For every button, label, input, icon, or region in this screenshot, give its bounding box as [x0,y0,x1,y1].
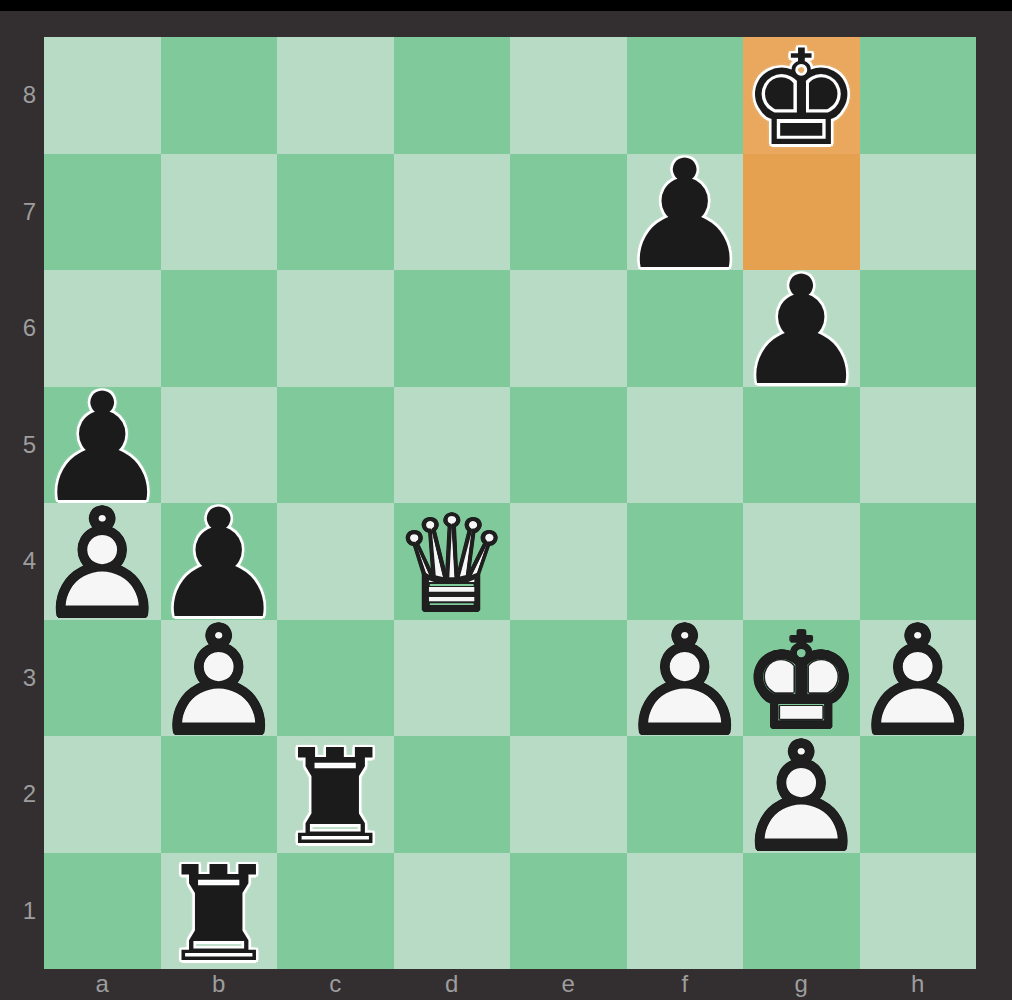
piece-glyph-line: ♙ [860,623,977,740]
square-e2[interactable] [510,736,627,853]
piece-glyph-fill: ♟ [627,623,744,740]
piece-black-king[interactable]: ♚ [743,37,860,154]
top-bar [0,0,1012,11]
square-g6[interactable]: ♟ [743,270,860,387]
rank-label-2: 2 [0,736,38,853]
square-a7[interactable] [44,154,161,271]
square-c1[interactable] [277,853,394,970]
square-g1[interactable] [743,853,860,970]
square-f1[interactable] [627,853,744,970]
piece-glyph-line: ♙ [743,739,860,856]
piece-glyph-fill: ♟ [743,273,860,390]
piece-glyph-fill: ♟ [743,739,860,856]
square-a1[interactable] [44,853,161,970]
file-label-e: e [510,969,627,1000]
square-a4[interactable]: ♟♙ [44,503,161,620]
piece-white-pawn[interactable]: ♟♙ [743,736,860,853]
square-h1[interactable] [860,853,977,970]
square-b1[interactable]: ♜ [161,853,278,970]
file-label-g: g [743,969,860,1000]
piece-glyph-line: ♙ [44,506,161,623]
square-d3[interactable] [394,620,511,737]
piece-glyph-fill: ♟ [860,623,977,740]
piece-white-pawn[interactable]: ♟♙ [44,503,161,620]
square-h2[interactable] [860,736,977,853]
square-d1[interactable] [394,853,511,970]
piece-glyph-fill: ♟ [44,390,161,507]
piece-glyph-fill: ♛ [394,506,511,623]
file-label-b: b [161,969,278,1000]
square-g7[interactable] [743,154,860,271]
rank-label-7: 7 [0,154,38,271]
file-label-a: a [44,969,161,1000]
square-e6[interactable] [510,270,627,387]
rank-label-8: 8 [0,37,38,154]
square-d7[interactable] [394,154,511,271]
file-labels: abcdefgh [44,969,976,1000]
square-f8[interactable] [627,37,744,154]
piece-glyph-line: ♔ [743,623,860,740]
square-f5[interactable] [627,387,744,504]
piece-glyph-line: ♕ [394,506,511,623]
piece-glyph-fill: ♚ [743,40,860,157]
piece-glyph-line: ♙ [161,623,278,740]
piece-glyph-fill: ♟ [44,506,161,623]
rank-label-5: 5 [0,387,38,504]
rank-label-4: 4 [0,503,38,620]
square-g3[interactable]: ♚♔ [743,620,860,737]
square-d6[interactable] [394,270,511,387]
square-g2[interactable]: ♟♙ [743,736,860,853]
square-a2[interactable] [44,736,161,853]
square-c4[interactable] [277,503,394,620]
square-c3[interactable] [277,620,394,737]
piece-black-pawn[interactable]: ♟ [161,503,278,620]
square-b3[interactable]: ♟♙ [161,620,278,737]
square-a5[interactable]: ♟ [44,387,161,504]
square-f2[interactable] [627,736,744,853]
piece-glyph-fill: ♟ [627,157,744,274]
rank-label-1: 1 [0,853,38,970]
piece-glyph-fill: ♜ [161,856,278,973]
piece-glyph-fill: ♟ [161,506,278,623]
square-c7[interactable] [277,154,394,271]
square-h8[interactable] [860,37,977,154]
file-label-d: d [394,969,511,1000]
file-label-h: h [860,969,977,1000]
piece-black-pawn[interactable]: ♟ [44,387,161,504]
piece-black-pawn[interactable]: ♟ [627,154,744,271]
square-h6[interactable] [860,270,977,387]
square-b6[interactable] [161,270,278,387]
piece-white-pawn[interactable]: ♟♙ [627,620,744,737]
square-c5[interactable] [277,387,394,504]
square-f7[interactable]: ♟ [627,154,744,271]
rank-label-6: 6 [0,270,38,387]
square-e7[interactable] [510,154,627,271]
rank-labels: 87654321 [0,37,38,969]
square-d8[interactable] [394,37,511,154]
square-b2[interactable] [161,736,278,853]
piece-glyph-fill: ♟ [161,623,278,740]
square-g4[interactable] [743,503,860,620]
square-e8[interactable] [510,37,627,154]
square-h7[interactable] [860,154,977,271]
square-f3[interactable]: ♟♙ [627,620,744,737]
square-f6[interactable] [627,270,744,387]
square-d4[interactable]: ♛♕ [394,503,511,620]
piece-black-rook[interactable]: ♜ [161,853,278,970]
piece-white-pawn[interactable]: ♟♙ [161,620,278,737]
square-c8[interactable] [277,37,394,154]
rank-label-3: 3 [0,620,38,737]
piece-black-pawn[interactable]: ♟ [743,270,860,387]
piece-glyph-fill: ♚ [743,623,860,740]
square-d5[interactable] [394,387,511,504]
square-h4[interactable] [860,503,977,620]
square-c6[interactable] [277,270,394,387]
piece-black-rook[interactable]: ♜ [277,736,394,853]
square-b8[interactable] [161,37,278,154]
square-g5[interactable] [743,387,860,504]
chess-board: ♚♟♟♟♟♙♟♛♕♟♙♟♙♚♔♟♙♜♟♙♜ [44,37,976,969]
square-b4[interactable]: ♟ [161,503,278,620]
piece-white-pawn[interactable]: ♟♙ [860,620,977,737]
square-h5[interactable] [860,387,977,504]
square-e5[interactable] [510,387,627,504]
square-e1[interactable] [510,853,627,970]
square-e3[interactable] [510,620,627,737]
square-d2[interactable] [394,736,511,853]
square-a8[interactable] [44,37,161,154]
square-c2[interactable]: ♜ [277,736,394,853]
file-label-c: c [277,969,394,1000]
file-label-f: f [627,969,744,1000]
square-a6[interactable] [44,270,161,387]
square-g8[interactable]: ♚ [743,37,860,154]
piece-glyph-fill: ♜ [277,739,394,856]
square-f4[interactable] [627,503,744,620]
square-e4[interactable] [510,503,627,620]
piece-glyph-line: ♙ [627,623,744,740]
piece-white-king[interactable]: ♚♔ [743,620,860,737]
square-b7[interactable] [161,154,278,271]
square-a3[interactable] [44,620,161,737]
piece-white-queen[interactable]: ♛♕ [394,503,511,620]
square-h3[interactable]: ♟♙ [860,620,977,737]
square-b5[interactable] [161,387,278,504]
